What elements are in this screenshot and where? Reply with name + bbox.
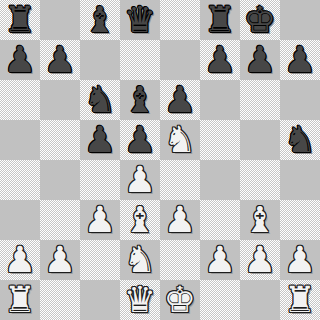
square-d4[interactable]: ♟ xyxy=(120,160,160,200)
white-pawn[interactable]: ♟ xyxy=(244,240,276,280)
square-d3[interactable]: ♝ xyxy=(120,200,160,240)
black-pawn[interactable]: ♟ xyxy=(44,40,76,80)
black-king[interactable]: ♚ xyxy=(244,0,276,40)
square-d2[interactable]: ♞ xyxy=(120,240,160,280)
white-pawn[interactable]: ♟ xyxy=(4,240,36,280)
square-h6[interactable] xyxy=(280,80,320,120)
chess-board: ♜♝♛♜♚♟♟♟♟♟♞♝♟♟♟♞♞♟♟♝♟♝♟♟♞♟♟♟♜♛♚♜ xyxy=(0,0,320,320)
white-pawn[interactable]: ♟ xyxy=(204,240,236,280)
square-e1[interactable]: ♚ xyxy=(160,280,200,320)
black-knight[interactable]: ♞ xyxy=(284,120,316,160)
square-e3[interactable]: ♟ xyxy=(160,200,200,240)
square-d7[interactable] xyxy=(120,40,160,80)
square-c2[interactable] xyxy=(80,240,120,280)
square-e7[interactable] xyxy=(160,40,200,80)
square-b6[interactable] xyxy=(40,80,80,120)
square-h2[interactable]: ♟ xyxy=(280,240,320,280)
square-c6[interactable]: ♞ xyxy=(80,80,120,120)
square-h3[interactable] xyxy=(280,200,320,240)
square-b2[interactable]: ♟ xyxy=(40,240,80,280)
black-rook[interactable]: ♜ xyxy=(204,0,236,40)
square-c1[interactable] xyxy=(80,280,120,320)
square-g7[interactable]: ♟ xyxy=(240,40,280,80)
square-f3[interactable] xyxy=(200,200,240,240)
square-d1[interactable]: ♛ xyxy=(120,280,160,320)
square-h4[interactable] xyxy=(280,160,320,200)
square-c7[interactable] xyxy=(80,40,120,80)
square-a5[interactable] xyxy=(0,120,40,160)
black-rook[interactable]: ♜ xyxy=(4,0,36,40)
square-g3[interactable]: ♝ xyxy=(240,200,280,240)
white-pawn[interactable]: ♟ xyxy=(284,240,316,280)
square-g2[interactable]: ♟ xyxy=(240,240,280,280)
square-h7[interactable]: ♟ xyxy=(280,40,320,80)
black-pawn[interactable]: ♟ xyxy=(84,120,116,160)
square-g5[interactable] xyxy=(240,120,280,160)
black-pawn[interactable]: ♟ xyxy=(164,80,196,120)
black-pawn[interactable]: ♟ xyxy=(284,40,316,80)
square-h1[interactable]: ♜ xyxy=(280,280,320,320)
square-h8[interactable] xyxy=(280,0,320,40)
square-b3[interactable] xyxy=(40,200,80,240)
square-c3[interactable]: ♟ xyxy=(80,200,120,240)
square-a7[interactable]: ♟ xyxy=(0,40,40,80)
square-a3[interactable] xyxy=(0,200,40,240)
square-c5[interactable]: ♟ xyxy=(80,120,120,160)
square-d5[interactable]: ♟ xyxy=(120,120,160,160)
black-pawn[interactable]: ♟ xyxy=(244,40,276,80)
square-f7[interactable]: ♟ xyxy=(200,40,240,80)
square-c8[interactable]: ♝ xyxy=(80,0,120,40)
square-f4[interactable] xyxy=(200,160,240,200)
square-a1[interactable]: ♜ xyxy=(0,280,40,320)
square-b1[interactable] xyxy=(40,280,80,320)
square-b8[interactable] xyxy=(40,0,80,40)
square-d8[interactable]: ♛ xyxy=(120,0,160,40)
square-g4[interactable] xyxy=(240,160,280,200)
square-e5[interactable]: ♞ xyxy=(160,120,200,160)
square-b5[interactable] xyxy=(40,120,80,160)
white-bishop[interactable]: ♝ xyxy=(124,200,156,240)
black-bishop[interactable]: ♝ xyxy=(124,80,156,120)
white-rook[interactable]: ♜ xyxy=(284,280,316,320)
square-e2[interactable] xyxy=(160,240,200,280)
square-d6[interactable]: ♝ xyxy=(120,80,160,120)
white-pawn[interactable]: ♟ xyxy=(44,240,76,280)
white-knight[interactable]: ♞ xyxy=(124,240,156,280)
square-f8[interactable]: ♜ xyxy=(200,0,240,40)
square-e6[interactable]: ♟ xyxy=(160,80,200,120)
square-a4[interactable] xyxy=(0,160,40,200)
black-queen[interactable]: ♛ xyxy=(124,0,156,40)
square-a6[interactable] xyxy=(0,80,40,120)
square-g6[interactable] xyxy=(240,80,280,120)
square-a8[interactable]: ♜ xyxy=(0,0,40,40)
square-g8[interactable]: ♚ xyxy=(240,0,280,40)
black-knight[interactable]: ♞ xyxy=(84,80,116,120)
white-king[interactable]: ♚ xyxy=(164,280,196,320)
square-g1[interactable] xyxy=(240,280,280,320)
square-h5[interactable]: ♞ xyxy=(280,120,320,160)
white-knight[interactable]: ♞ xyxy=(164,120,196,160)
square-b4[interactable] xyxy=(40,160,80,200)
square-f2[interactable]: ♟ xyxy=(200,240,240,280)
black-pawn[interactable]: ♟ xyxy=(204,40,236,80)
square-a2[interactable]: ♟ xyxy=(0,240,40,280)
black-pawn[interactable]: ♟ xyxy=(4,40,36,80)
square-e8[interactable] xyxy=(160,0,200,40)
square-c4[interactable] xyxy=(80,160,120,200)
white-rook[interactable]: ♜ xyxy=(4,280,36,320)
white-queen[interactable]: ♛ xyxy=(124,280,156,320)
square-b7[interactable]: ♟ xyxy=(40,40,80,80)
white-pawn[interactable]: ♟ xyxy=(84,200,116,240)
white-pawn[interactable]: ♟ xyxy=(124,160,156,200)
square-f6[interactable] xyxy=(200,80,240,120)
black-pawn[interactable]: ♟ xyxy=(124,120,156,160)
square-f1[interactable] xyxy=(200,280,240,320)
white-pawn[interactable]: ♟ xyxy=(164,200,196,240)
square-e4[interactable] xyxy=(160,160,200,200)
square-f5[interactable] xyxy=(200,120,240,160)
black-bishop[interactable]: ♝ xyxy=(84,0,116,40)
white-bishop[interactable]: ♝ xyxy=(244,200,276,240)
